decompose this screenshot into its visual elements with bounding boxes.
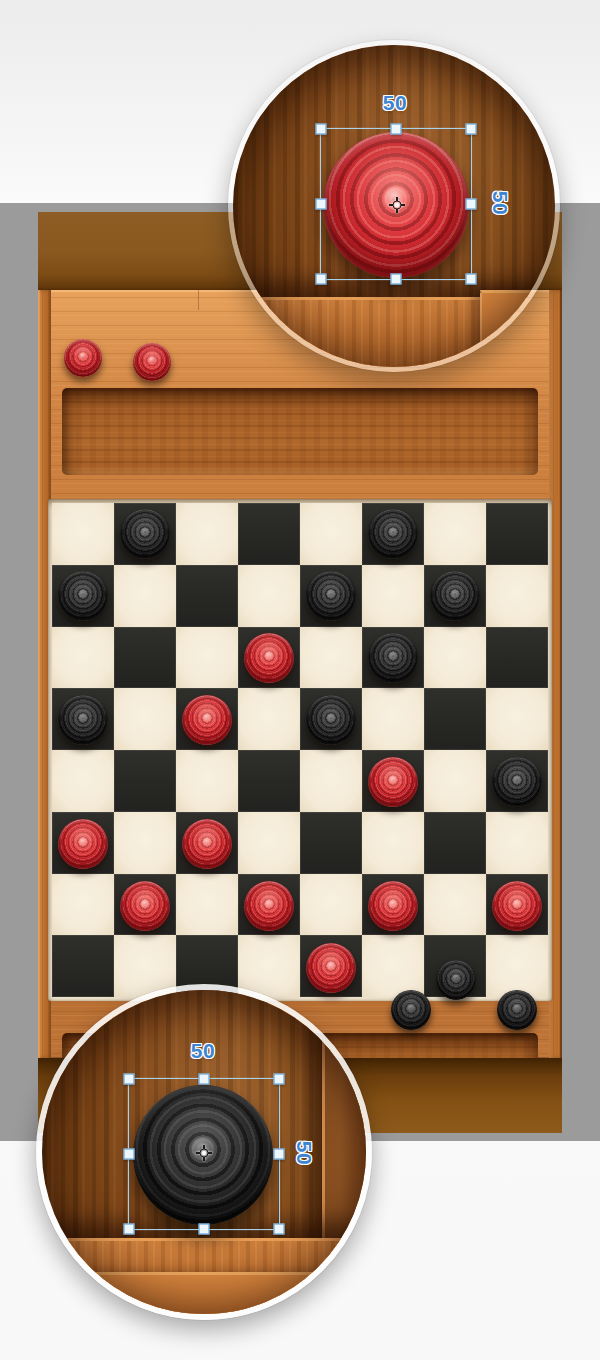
selection-handle-tl[interactable] [124,1074,135,1085]
square-r5c5 [300,750,362,812]
selection-handle-ml[interactable] [124,1149,135,1160]
square-r1c8[interactable] [486,503,548,565]
square-r1c3 [176,503,238,565]
red-checker-piece[interactable] [244,633,294,683]
red-checker-piece[interactable] [368,757,418,807]
selection-handle-bl[interactable] [316,274,327,285]
square-r5c7 [424,750,486,812]
width-dimension-label: 50 [383,91,407,115]
black-checker-piece[interactable] [492,757,542,807]
square-r2c3[interactable] [176,565,238,627]
black-checker-piece[interactable] [58,695,108,745]
red-checker-piece[interactable] [244,881,294,931]
captured-piece-tray-top [62,388,538,475]
black-checker-piece-in-tray[interactable] [391,990,431,1030]
square-r6c4 [238,812,300,874]
square-r2c2 [114,565,176,627]
transform-reference-point-icon[interactable] [196,1145,212,1161]
black-checker-piece[interactable] [120,509,170,559]
square-r3c7 [424,627,486,689]
frame-joint-seam [198,290,199,310]
square-r5c2[interactable] [114,750,176,812]
red-checker-piece[interactable] [120,881,170,931]
selection-handle-bm[interactable] [391,274,402,285]
black-checker-piece-in-tray[interactable] [436,960,476,1000]
square-r3c1 [52,627,114,689]
square-r1c5 [300,503,362,565]
square-r5c4[interactable] [238,750,300,812]
selection-handle-tr[interactable] [274,1074,285,1085]
selection-handle-mr[interactable] [466,199,477,210]
square-r4c7[interactable] [424,688,486,750]
selection-handle-tm[interactable] [391,124,402,135]
square-r3c2[interactable] [114,627,176,689]
square-r1c4[interactable] [238,503,300,565]
checkerboard [48,499,552,1001]
red-checker-piece[interactable] [306,943,356,993]
magnifier-inset-red-piece: 50 50 [228,40,560,372]
square-r6c2 [114,812,176,874]
selection-handle-mr[interactable] [274,1149,285,1160]
square-r4c2 [114,688,176,750]
magnified-wood-background: 50 50 [233,45,555,367]
selection-handle-tm[interactable] [199,1074,210,1085]
square-r7c5 [300,874,362,936]
selection-handle-bl[interactable] [124,1224,135,1235]
square-r8c1[interactable] [52,935,114,997]
magnifier-inset-black-piece: 50 50 [36,984,372,1320]
red-checker-piece[interactable] [492,881,542,931]
black-checker-piece[interactable] [58,571,108,621]
square-r3c3 [176,627,238,689]
square-r1c1 [52,503,114,565]
square-r4c8 [486,688,548,750]
square-r2c4 [238,565,300,627]
square-r6c7[interactable] [424,812,486,874]
square-r1c7 [424,503,486,565]
width-dimension-label: 50 [191,1039,215,1063]
square-r6c8 [486,812,548,874]
red-checker-piece[interactable] [182,819,232,869]
selection-handle-ml[interactable] [316,199,327,210]
height-dimension-label: 50 [292,1141,316,1165]
black-checker-piece[interactable] [306,695,356,745]
black-checker-piece[interactable] [306,571,356,621]
square-r2c6 [362,565,424,627]
red-checker-piece[interactable] [58,819,108,869]
height-dimension-label: 50 [488,191,512,215]
checkerboard-squares [52,503,548,997]
square-r7c3 [176,874,238,936]
selection-handle-br[interactable] [274,1224,285,1235]
selection-handle-br[interactable] [466,274,477,285]
square-r7c7 [424,874,486,936]
square-r4c4 [238,688,300,750]
red-checker-piece[interactable] [368,881,418,931]
square-r5c1 [52,750,114,812]
square-r6c6 [362,812,424,874]
design-canvas: 50 50 50 50 [0,0,600,1360]
black-checker-piece[interactable] [368,509,418,559]
red-checker-piece-in-tray[interactable] [64,339,102,377]
square-r8c8 [486,935,548,997]
black-checker-piece[interactable] [430,571,480,621]
black-checker-piece-in-tray[interactable] [497,990,537,1030]
square-r4c6 [362,688,424,750]
square-r3c8[interactable] [486,627,548,689]
red-checker-piece-in-tray[interactable] [133,343,171,381]
square-r5c3 [176,750,238,812]
square-r8c6 [362,935,424,997]
square-r7c1 [52,874,114,936]
square-r8c4 [238,935,300,997]
checkers-board [38,212,562,1133]
board-frame [38,290,562,1058]
red-checker-piece[interactable] [182,695,232,745]
selection-handle-bm[interactable] [199,1224,210,1235]
square-r3c5 [300,627,362,689]
square-r2c8 [486,565,548,627]
selection-handle-tl[interactable] [316,124,327,135]
selection-handle-tr[interactable] [466,124,477,135]
black-checker-piece[interactable] [368,633,418,683]
magnified-wood-background: 50 50 [42,990,366,1314]
transform-reference-point-icon[interactable] [389,197,405,213]
square-r6c5[interactable] [300,812,362,874]
